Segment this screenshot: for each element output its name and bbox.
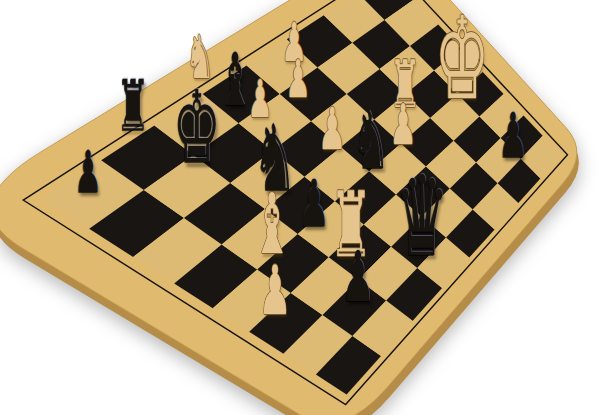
chess-board: [0, 0, 600, 415]
chess-photo-scene: ♞♟♟♟♚♜♟♟♝♜♟♜♝♟♚♞♞♟♛♟♟: [0, 0, 600, 415]
